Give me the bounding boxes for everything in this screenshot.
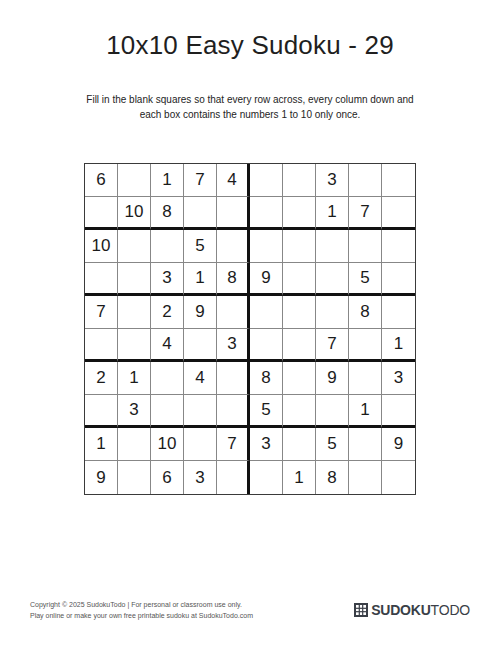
sudoku-cell-r6c3: 4: [151, 329, 184, 362]
sudoku-cell-r9c2: [118, 428, 151, 461]
sudoku-cell-r2c6: [250, 197, 283, 230]
sudoku-cell-r1c3: 1: [151, 164, 184, 197]
logo-text: SUDOKUTODO: [371, 602, 470, 618]
sudoku-cell-r5c1: 7: [85, 296, 118, 329]
sudoku-cell-r5c10: [382, 296, 415, 329]
sudoku-cell-r9c10: 9: [382, 428, 415, 461]
sudoku-cell-r8c6: 5: [250, 395, 283, 428]
sudoku-cell-r5c7: [283, 296, 316, 329]
sudoku-cell-r10c10: [382, 461, 415, 494]
sudoku-cell-r6c2: [118, 329, 151, 362]
sudoku-cell-r9c8: 5: [316, 428, 349, 461]
sudoku-cell-r7c8: 9: [316, 362, 349, 395]
sudoku-cell-r1c1: 6: [85, 164, 118, 197]
sudoku-cell-r6c5: 3: [217, 329, 250, 362]
sudoku-cell-r4c5: 8: [217, 263, 250, 296]
footer: Copyright © 2025 SudokuTodo | For person…: [30, 599, 470, 621]
sudoku-cell-r1c5: 4: [217, 164, 250, 197]
sudoku-cell-r9c1: 1: [85, 428, 118, 461]
sudoku-cell-r7c10: 3: [382, 362, 415, 395]
sudoku-cell-r7c6: 8: [250, 362, 283, 395]
copyright-line-1: Copyright © 2025 SudokuTodo | For person…: [30, 599, 253, 610]
sudoku-cell-r8c2: 3: [118, 395, 151, 428]
sudoku-cell-r3c2: [118, 230, 151, 263]
sudoku-cell-r3c9: [349, 230, 382, 263]
instructions-line-2: each box contains the numbers 1 to 10 on…: [0, 107, 500, 122]
instructions-line-1: Fill in the blank squares so that every …: [0, 92, 500, 107]
sudoku-cell-r5c2: [118, 296, 151, 329]
sudoku-cell-r7c1: 2: [85, 362, 118, 395]
instructions: Fill in the blank squares so that every …: [0, 92, 500, 122]
logo-text-bold: SUDOKU: [371, 602, 430, 618]
sudoku-cell-r3c1: 10: [85, 230, 118, 263]
sudoku-cell-r8c3: [151, 395, 184, 428]
sudoku-cell-r3c5: [217, 230, 250, 263]
sudoku-cell-r6c8: 7: [316, 329, 349, 362]
sudoku-cell-r2c2: 10: [118, 197, 151, 230]
sudoku-cell-r4c4: 1: [184, 263, 217, 296]
copyright-text: Copyright © 2025 SudokuTodo | For person…: [30, 599, 253, 621]
sudoku-cell-r1c8: 3: [316, 164, 349, 197]
sudoku-cell-r9c9: [349, 428, 382, 461]
sudoku-cell-r4c1: [85, 263, 118, 296]
sudoku-cell-r6c7: [283, 329, 316, 362]
sudoku-cell-r2c9: 7: [349, 197, 382, 230]
sudoku-cell-r10c7: 1: [283, 461, 316, 494]
sudoku-cell-r2c1: [85, 197, 118, 230]
sudoku-cell-r4c10: [382, 263, 415, 296]
sudoku-cell-r7c5: [217, 362, 250, 395]
sudoku-cell-r2c3: 8: [151, 197, 184, 230]
sudoku-cell-r2c7: [283, 197, 316, 230]
sudoku-cell-r3c6: [250, 230, 283, 263]
sudoku-cell-r5c8: [316, 296, 349, 329]
sudoku-cell-r8c1: [85, 395, 118, 428]
sudoku-cell-r3c8: [316, 230, 349, 263]
sudoku-cell-r8c8: [316, 395, 349, 428]
sudoku-cell-r3c7: [283, 230, 316, 263]
sudoku-cell-r4c3: 3: [151, 263, 184, 296]
sudoku-cell-r6c10: 1: [382, 329, 415, 362]
sudoku-cell-r5c4: 9: [184, 296, 217, 329]
sudoku-cell-r1c9: [349, 164, 382, 197]
sudoku-cell-r7c2: 1: [118, 362, 151, 395]
sudoku-cell-r10c6: [250, 461, 283, 494]
sudoku-cell-r8c7: [283, 395, 316, 428]
sudoku-cell-r4c9: 5: [349, 263, 382, 296]
sudoku-cell-r10c9: [349, 461, 382, 494]
sudoku-cell-r10c8: 8: [316, 461, 349, 494]
sudoku-cell-r3c4: 5: [184, 230, 217, 263]
sudoku-cell-r9c3: 10: [151, 428, 184, 461]
board-container: 6174310817105318957298437121489335111073…: [0, 163, 500, 495]
copyright-line-2: Play online or make your own free printa…: [30, 610, 253, 621]
sudoku-cell-r8c9: 1: [349, 395, 382, 428]
sudoku-board: 6174310817105318957298437121489335111073…: [84, 163, 416, 495]
sudoku-cell-r2c8: 1: [316, 197, 349, 230]
sudoku-cell-r8c4: [184, 395, 217, 428]
sudoku-cell-r2c5: [217, 197, 250, 230]
sudoku-cell-r1c7: [283, 164, 316, 197]
sudoku-cell-r1c6: [250, 164, 283, 197]
sudoku-cell-r4c6: 9: [250, 263, 283, 296]
sudoku-cell-r1c10: [382, 164, 415, 197]
sudoku-cell-r3c3: [151, 230, 184, 263]
sudoku-cell-r9c4: [184, 428, 217, 461]
sudoku-cell-r1c4: 7: [184, 164, 217, 197]
sudoku-cell-r4c7: [283, 263, 316, 296]
sudoku-cell-r7c4: 4: [184, 362, 217, 395]
sudokutodo-logo: SUDOKUTODO: [354, 602, 470, 618]
sudoku-cell-r9c5: 7: [217, 428, 250, 461]
sudoku-cell-r5c9: 8: [349, 296, 382, 329]
sudoku-cell-r7c7: [283, 362, 316, 395]
sudoku-cell-r6c9: [349, 329, 382, 362]
sudoku-cell-r10c1: 9: [85, 461, 118, 494]
sudoku-cell-r7c9: [349, 362, 382, 395]
grid-logo-icon: [354, 603, 368, 617]
sudoku-cell-r10c2: [118, 461, 151, 494]
sudoku-cell-r8c5: [217, 395, 250, 428]
sudoku-cell-r9c7: [283, 428, 316, 461]
sudoku-cell-r4c2: [118, 263, 151, 296]
sudoku-cell-r10c4: 3: [184, 461, 217, 494]
sudoku-cell-r5c5: [217, 296, 250, 329]
sudoku-cell-r5c6: [250, 296, 283, 329]
sudoku-cell-r2c10: [382, 197, 415, 230]
sudoku-cell-r3c10: [382, 230, 415, 263]
sudoku-cell-r6c6: [250, 329, 283, 362]
sudoku-cell-r6c4: [184, 329, 217, 362]
sudoku-cell-r8c10: [382, 395, 415, 428]
sudoku-cell-r1c2: [118, 164, 151, 197]
sudoku-cell-r6c1: [85, 329, 118, 362]
sudoku-cell-r9c6: 3: [250, 428, 283, 461]
sudoku-cell-r7c3: [151, 362, 184, 395]
sudoku-cell-r5c3: 2: [151, 296, 184, 329]
sudoku-cell-r4c8: [316, 263, 349, 296]
sudoku-cell-r10c5: [217, 461, 250, 494]
page-title: 10x10 Easy Sudoku - 29: [0, 30, 500, 61]
sudoku-cell-r10c3: 6: [151, 461, 184, 494]
logo-text-light: TODO: [431, 602, 470, 618]
sudoku-cell-r2c4: [184, 197, 217, 230]
